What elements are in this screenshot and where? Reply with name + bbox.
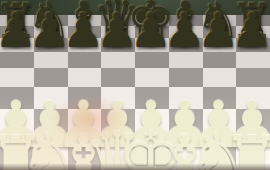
chess-game-screenshot: ♜♞♝♛♚♝♞♜♟♟♟♟♟♟♟♟♟♟♟♟♟♟♟♟♜♞♝♛♚♝♞♜ xyxy=(0,0,270,170)
square-d4[interactable] xyxy=(101,68,135,87)
black-pawn-h7[interactable]: ♟ xyxy=(231,6,270,54)
square-e4[interactable] xyxy=(135,68,169,87)
square-g4[interactable] xyxy=(203,68,237,87)
square-f4[interactable] xyxy=(169,68,203,87)
white-rook-h1[interactable]: ♜ xyxy=(222,128,270,170)
square-a4[interactable] xyxy=(0,68,34,87)
square-h4[interactable] xyxy=(236,68,270,87)
square-b4[interactable] xyxy=(34,68,68,87)
rank-row-4 xyxy=(0,68,270,87)
square-c4[interactable] xyxy=(68,68,102,87)
